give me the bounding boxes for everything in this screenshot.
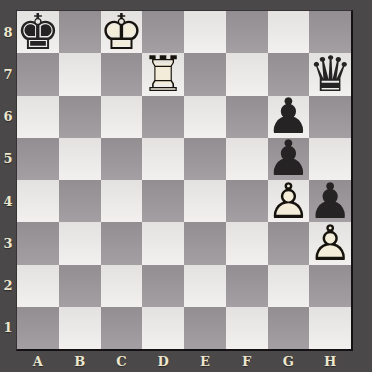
square-f2[interactable] [226,265,268,307]
piece-white-king[interactable]: ♚♔ [101,11,143,53]
square-g1[interactable] [268,307,310,349]
black-queen-glyph: ♛ [309,53,351,95]
square-d6[interactable] [142,96,184,138]
piece-black-pawn[interactable]: ♟ [268,138,310,180]
square-h8[interactable] [309,11,351,53]
square-a4[interactable] [17,180,59,222]
square-b8[interactable] [59,11,101,53]
square-g6[interactable]: ♟ [268,96,310,138]
square-b5[interactable] [59,138,101,180]
file-label-e: E [184,351,226,371]
piece-white-rook[interactable]: ♜♖ [142,53,184,95]
chess-board: ♚♚♔♜♖♛♟♟♟♙♟♟♙ [16,10,353,351]
square-d3[interactable] [142,222,184,264]
piece-black-pawn[interactable]: ♟ [268,96,310,138]
white-pawn-fill-glyph: ♟ [309,222,351,264]
square-d8[interactable] [142,11,184,53]
square-c1[interactable] [101,307,143,349]
piece-white-pawn[interactable]: ♟♙ [268,180,310,222]
square-c7[interactable] [101,53,143,95]
square-g8[interactable] [268,11,310,53]
square-f3[interactable] [226,222,268,264]
square-a7[interactable] [17,53,59,95]
square-g7[interactable] [268,53,310,95]
square-h2[interactable] [309,265,351,307]
square-c6[interactable] [101,96,143,138]
square-b7[interactable] [59,53,101,95]
square-h1[interactable] [309,307,351,349]
square-e6[interactable] [184,96,226,138]
square-c3[interactable] [101,222,143,264]
square-c8[interactable]: ♚♔ [101,11,143,53]
piece-black-king[interactable]: ♚ [17,11,59,53]
file-labels: ABCDEFGH [17,351,351,371]
file-label-h: H [309,351,351,371]
square-h5[interactable] [309,138,351,180]
white-pawn-fill-glyph: ♟ [268,180,310,222]
square-d5[interactable] [142,138,184,180]
chess-diagram: 87654321 ♚♚♔♜♖♛♟♟♟♙♟♟♙ ABCDEFGH [0,0,372,372]
square-e8[interactable] [184,11,226,53]
square-a3[interactable] [17,222,59,264]
square-d2[interactable] [142,265,184,307]
file-label-c: C [101,351,143,371]
square-g4[interactable]: ♟♙ [268,180,310,222]
square-c4[interactable] [101,180,143,222]
white-king-fill-glyph: ♚ [101,11,143,53]
rank-labels: 87654321 [0,11,16,349]
file-label-f: F [226,351,268,371]
square-e5[interactable] [184,138,226,180]
rank-label-4: 4 [0,180,16,222]
square-f7[interactable] [226,53,268,95]
square-g3[interactable] [268,222,310,264]
square-a2[interactable] [17,265,59,307]
piece-black-queen[interactable]: ♛ [309,53,351,95]
file-label-d: D [142,351,184,371]
square-a1[interactable] [17,307,59,349]
square-f4[interactable] [226,180,268,222]
square-h3[interactable]: ♟♙ [309,222,351,264]
black-pawn-glyph: ♟ [268,138,310,180]
piece-black-pawn[interactable]: ♟ [309,180,351,222]
white-king-outline-glyph: ♔ [101,11,143,53]
rank-label-3: 3 [0,222,16,264]
rank-label-8: 8 [0,11,16,53]
square-c5[interactable] [101,138,143,180]
white-pawn-outline-glyph: ♙ [309,222,351,264]
rank-label-7: 7 [0,53,16,95]
piece-white-pawn[interactable]: ♟♙ [309,222,351,264]
square-e4[interactable] [184,180,226,222]
white-rook-fill-glyph: ♜ [142,53,184,95]
square-e2[interactable] [184,265,226,307]
square-f5[interactable] [226,138,268,180]
square-f1[interactable] [226,307,268,349]
rank-label-5: 5 [0,138,16,180]
square-e1[interactable] [184,307,226,349]
square-b6[interactable] [59,96,101,138]
file-label-b: B [59,351,101,371]
square-g5[interactable]: ♟ [268,138,310,180]
square-h4[interactable]: ♟ [309,180,351,222]
black-pawn-glyph: ♟ [309,180,351,222]
square-a5[interactable] [17,138,59,180]
file-label-g: G [268,351,310,371]
square-a6[interactable] [17,96,59,138]
square-d4[interactable] [142,180,184,222]
square-g2[interactable] [268,265,310,307]
square-c2[interactable] [101,265,143,307]
square-d1[interactable] [142,307,184,349]
black-king-glyph: ♚ [17,11,59,53]
square-b1[interactable] [59,307,101,349]
square-b4[interactable] [59,180,101,222]
file-label-a: A [17,351,59,371]
square-a8[interactable]: ♚ [17,11,59,53]
square-f6[interactable] [226,96,268,138]
square-h6[interactable] [309,96,351,138]
square-h7[interactable]: ♛ [309,53,351,95]
rank-label-2: 2 [0,265,16,307]
square-d7[interactable]: ♜♖ [142,53,184,95]
square-e7[interactable] [184,53,226,95]
square-e3[interactable] [184,222,226,264]
rank-label-6: 6 [0,96,16,138]
rank-label-1: 1 [0,307,16,349]
square-f8[interactable] [226,11,268,53]
black-pawn-glyph: ♟ [268,96,310,138]
white-rook-outline-glyph: ♖ [142,53,184,95]
white-pawn-outline-glyph: ♙ [268,180,310,222]
square-b3[interactable] [59,222,101,264]
square-b2[interactable] [59,265,101,307]
